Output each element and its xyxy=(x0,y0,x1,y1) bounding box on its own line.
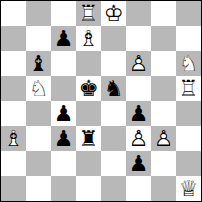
square-d8[interactable]: ♜♖ xyxy=(76,1,101,26)
square-b7[interactable] xyxy=(26,26,51,51)
white-piece-outline: ♘ xyxy=(29,76,49,101)
square-e6[interactable] xyxy=(101,51,126,76)
piece-wB-a3: ♝♗ xyxy=(4,128,24,150)
square-h6[interactable]: ♞♘ xyxy=(176,51,201,76)
square-d7[interactable]: ♝♗ xyxy=(76,26,101,51)
square-a3[interactable]: ♝♗ xyxy=(1,126,26,151)
white-piece-outline: ♕ xyxy=(179,176,199,201)
square-d6[interactable] xyxy=(76,51,101,76)
piece-wR-h5: ♜♖ xyxy=(179,78,199,100)
piece-bR-d3: ♜ xyxy=(79,128,99,150)
piece-wP-f3: ♟♙ xyxy=(129,128,149,150)
square-g8[interactable] xyxy=(151,1,176,26)
square-h1[interactable]: ♛♕ xyxy=(176,176,201,201)
square-a4[interactable] xyxy=(1,101,26,126)
piece-bP-c3: ♟ xyxy=(54,128,74,150)
square-h5[interactable]: ♜♖ xyxy=(176,76,201,101)
square-d3[interactable]: ♜ xyxy=(76,126,101,151)
square-e2[interactable] xyxy=(101,151,126,176)
square-a1[interactable] xyxy=(1,176,26,201)
square-g2[interactable] xyxy=(151,151,176,176)
square-h3[interactable] xyxy=(176,126,201,151)
square-f7[interactable] xyxy=(126,26,151,51)
square-e8[interactable]: ♚♔ xyxy=(101,1,126,26)
square-d2[interactable] xyxy=(76,151,101,176)
square-d5[interactable]: ♚ xyxy=(76,76,101,101)
square-f6[interactable]: ♟♙ xyxy=(126,51,151,76)
square-c1[interactable] xyxy=(51,176,76,201)
piece-wN-b5: ♞♘ xyxy=(29,78,49,100)
chess-board: ♜♖♚♔♟♝♗♝♟♙♞♘♞♘♚♞♜♖♟♟♝♗♟♜♟♙♟♙♟♛♕ xyxy=(0,0,202,202)
square-f1[interactable] xyxy=(126,176,151,201)
square-e1[interactable] xyxy=(101,176,126,201)
square-f2[interactable]: ♟ xyxy=(126,151,151,176)
square-g4[interactable] xyxy=(151,101,176,126)
square-b2[interactable] xyxy=(26,151,51,176)
white-piece-outline: ♙ xyxy=(154,126,174,151)
white-piece-outline: ♙ xyxy=(129,51,149,76)
square-f5[interactable] xyxy=(126,76,151,101)
square-b1[interactable] xyxy=(26,176,51,201)
square-a5[interactable] xyxy=(1,76,26,101)
square-b3[interactable] xyxy=(26,126,51,151)
piece-wB-d7: ♝♗ xyxy=(79,28,99,50)
square-h4[interactable] xyxy=(176,101,201,126)
piece-wR-d8: ♜♖ xyxy=(79,3,99,25)
piece-wQ-h1: ♛♕ xyxy=(179,178,199,200)
piece-bP-c4: ♟ xyxy=(54,103,74,125)
piece-wN-h6: ♞♘ xyxy=(179,53,199,75)
square-b5[interactable]: ♞♘ xyxy=(26,76,51,101)
square-c3[interactable]: ♟ xyxy=(51,126,76,151)
piece-bB-b6: ♝ xyxy=(29,53,49,75)
square-g7[interactable] xyxy=(151,26,176,51)
square-c6[interactable] xyxy=(51,51,76,76)
white-piece-outline: ♙ xyxy=(129,126,149,151)
square-h2[interactable] xyxy=(176,151,201,176)
square-f4[interactable]: ♟ xyxy=(126,101,151,126)
square-a8[interactable] xyxy=(1,1,26,26)
square-e5[interactable]: ♞ xyxy=(101,76,126,101)
square-d1[interactable] xyxy=(76,176,101,201)
square-b8[interactable] xyxy=(26,1,51,26)
square-g3[interactable]: ♟♙ xyxy=(151,126,176,151)
white-piece-outline: ♖ xyxy=(179,76,199,101)
piece-wK-e8: ♚♔ xyxy=(104,3,124,25)
square-d4[interactable] xyxy=(76,101,101,126)
square-g5[interactable] xyxy=(151,76,176,101)
piece-bP-f4: ♟ xyxy=(129,103,149,125)
white-piece-outline: ♔ xyxy=(104,1,124,26)
square-a6[interactable] xyxy=(1,51,26,76)
square-c8[interactable] xyxy=(51,1,76,26)
piece-wP-g3: ♟♙ xyxy=(154,128,174,150)
square-c7[interactable]: ♟ xyxy=(51,26,76,51)
white-piece-outline: ♗ xyxy=(79,26,99,51)
piece-bK-d5: ♚ xyxy=(79,78,99,100)
piece-bP-c7: ♟ xyxy=(54,28,74,50)
square-c4[interactable]: ♟ xyxy=(51,101,76,126)
square-c5[interactable] xyxy=(51,76,76,101)
piece-bP-f2: ♟ xyxy=(129,153,149,175)
square-e7[interactable] xyxy=(101,26,126,51)
piece-bN-e5: ♞ xyxy=(104,78,124,100)
square-h7[interactable] xyxy=(176,26,201,51)
white-piece-outline: ♖ xyxy=(79,1,99,26)
square-f3[interactable]: ♟♙ xyxy=(126,126,151,151)
square-e4[interactable] xyxy=(101,101,126,126)
square-g1[interactable] xyxy=(151,176,176,201)
square-f8[interactable] xyxy=(126,1,151,26)
square-c2[interactable] xyxy=(51,151,76,176)
square-b6[interactable]: ♝ xyxy=(26,51,51,76)
square-h8[interactable] xyxy=(176,1,201,26)
white-piece-outline: ♘ xyxy=(179,51,199,76)
white-piece-outline: ♗ xyxy=(4,126,24,151)
piece-wP-f6: ♟♙ xyxy=(129,53,149,75)
square-b4[interactable] xyxy=(26,101,51,126)
square-e3[interactable] xyxy=(101,126,126,151)
square-a7[interactable] xyxy=(1,26,26,51)
square-a2[interactable] xyxy=(1,151,26,176)
chess-diagram: ♜♖♚♔♟♝♗♝♟♙♞♘♞♘♚♞♜♖♟♟♝♗♟♜♟♙♟♙♟♛♕ xyxy=(0,0,202,202)
square-g6[interactable] xyxy=(151,51,176,76)
